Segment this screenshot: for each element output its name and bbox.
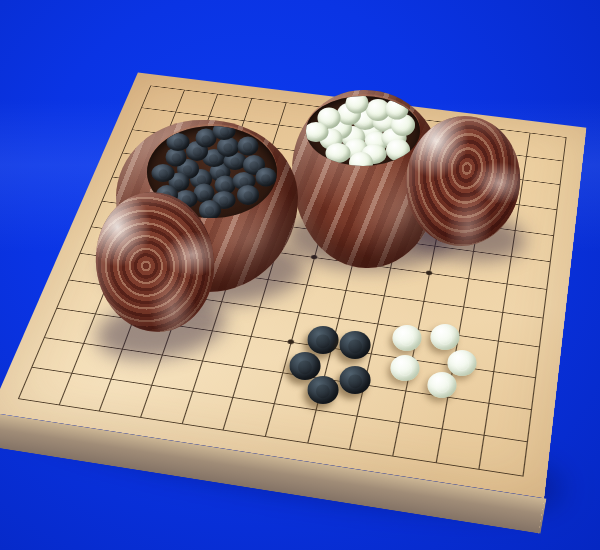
black-stone-glyph: ●: [173, 136, 183, 148]
grid-cell: [192, 360, 242, 397]
white-stone: ○: [448, 350, 477, 376]
black-stone: ●: [307, 376, 338, 404]
grid-cell: [349, 416, 398, 456]
grid-cell: [435, 429, 484, 469]
white-bowl-stone: ○: [386, 99, 409, 120]
hoshi-point: [287, 339, 294, 345]
grid-cell: [265, 403, 315, 442]
black-stone-glyph: ●: [220, 179, 230, 191]
black-stone-glyph: ●: [158, 167, 168, 179]
black-stone-glyph: ●: [201, 132, 211, 144]
black-bowl-stone: ●: [255, 168, 276, 187]
grid-cell: [151, 354, 202, 391]
black-stone-glyph: ●: [204, 204, 214, 216]
white-stone: ○: [431, 324, 460, 350]
grid-cell: [441, 396, 489, 435]
grid-cell: [423, 273, 467, 306]
grid-cell: [378, 295, 424, 329]
black-stone: ●: [289, 352, 320, 380]
grid-cell: [458, 306, 503, 341]
grid-cell: [251, 307, 299, 342]
black-stone-glyph: ●: [173, 176, 183, 188]
grid-cell: [498, 312, 542, 347]
grid-cell: [233, 366, 283, 403]
black-stone: ●: [340, 366, 371, 394]
grid-cell: [463, 278, 507, 312]
white-stone-glyph: ○: [352, 97, 362, 109]
black-stone-glyph: ●: [208, 152, 218, 164]
grid-cell: [44, 308, 95, 343]
white-stone-glyph: ○: [393, 144, 403, 156]
black-stone-glyph: ●: [315, 331, 331, 349]
black-stone-glyph: ●: [230, 155, 240, 167]
grid-cell: [242, 336, 291, 372]
grid-cell: [489, 371, 535, 409]
black-bowl-stone: ●: [199, 200, 221, 218]
white-stone-glyph: ○: [437, 328, 453, 346]
white-stone: ○: [392, 325, 421, 351]
black-stone-glyph: ●: [315, 381, 331, 399]
grid-cell: [181, 391, 232, 429]
black-bowl-stone: ●: [167, 133, 190, 151]
white-stone-glyph: ○: [373, 104, 383, 116]
grid-cell: [140, 385, 192, 423]
black-stone-glyph: ●: [297, 357, 313, 375]
grid-cell: [479, 435, 527, 475]
black-stone-glyph: ●: [223, 141, 233, 153]
white-stone-glyph: ○: [355, 157, 365, 166]
go-set-photo: ○○○○○○○○○○○○○○○○○○○○ ●●●●●●●●●●●●●●●●●●●…: [0, 0, 600, 550]
white-stone-glyph: ○: [333, 147, 343, 159]
black-stone-glyph: ●: [242, 140, 252, 152]
white-stone-glyph: ○: [399, 329, 415, 347]
black-stone: ●: [307, 326, 338, 354]
black-stone-glyph: ●: [219, 126, 229, 137]
grid-cell: [494, 341, 539, 377]
white-stone-glyph: ○: [398, 119, 408, 131]
black-stone-glyph: ●: [219, 194, 229, 206]
white-stone-glyph: ○: [392, 103, 402, 115]
black-bowl-stone: ●: [237, 185, 259, 205]
black-stone-glyph: ●: [171, 151, 181, 163]
hoshi-point: [426, 270, 433, 275]
grid-cell: [384, 268, 429, 301]
grid-cell: [99, 379, 151, 417]
black-stone-glyph: ●: [199, 187, 209, 199]
white-bowl-stone: ○: [386, 139, 410, 161]
grid-cell: [484, 403, 531, 442]
grid-cell: [18, 367, 71, 404]
grid-cell: [31, 337, 83, 373]
black-stone-glyph: ●: [347, 371, 363, 389]
white-stone-glyph: ○: [454, 354, 470, 372]
black-stone-glyph: ●: [260, 171, 270, 183]
grid-cell: [223, 397, 274, 436]
white-stone-glyph: ○: [434, 376, 450, 394]
grid-cell: [56, 280, 106, 314]
grid-cell: [307, 410, 357, 449]
grid-cell: [299, 284, 345, 318]
black-stone-glyph: ●: [347, 336, 363, 354]
black-bowl-stone: ●: [152, 164, 175, 182]
white-bowl-opening: ○○○○○○○○○○○○○○○○○○○○: [306, 96, 420, 166]
white-stone-glyph: ○: [397, 359, 413, 377]
white-stone: ○: [428, 372, 457, 398]
black-stone: ●: [340, 331, 371, 359]
grid-cell: [338, 290, 384, 324]
white-bowl-stone: ○: [326, 143, 351, 163]
white-stone-glyph: ○: [323, 112, 333, 124]
grid-cell: [507, 256, 550, 289]
grid-cell: [392, 422, 441, 462]
black-bowl-stone: ●: [237, 136, 258, 155]
grid-cell: [59, 373, 112, 411]
grid-cell: [503, 284, 547, 318]
white-stone: ○: [391, 355, 420, 381]
black-stone-glyph: ●: [243, 189, 253, 201]
white-stone-glyph: ○: [311, 126, 321, 138]
